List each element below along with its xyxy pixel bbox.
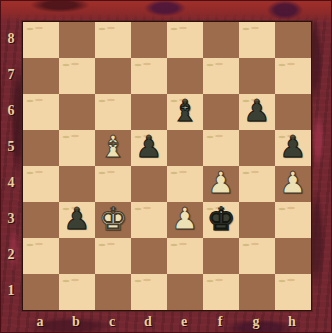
square-e6[interactable]: ♝ [167,94,203,130]
square-d8[interactable] [131,22,167,58]
square-d6[interactable] [131,94,167,130]
square-h1[interactable] [275,274,311,310]
square-b3[interactable]: ♟ [59,202,95,238]
board-frame: ♝♟♝♟♟♟♟♟♚♟♚ 87654321 abcdefgh [0,0,332,333]
square-e1[interactable] [167,274,203,310]
square-h4[interactable]: ♟ [275,166,311,202]
square-e4[interactable] [167,166,203,202]
square-g6[interactable]: ♟ [239,94,275,130]
piece-white-king[interactable]: ♚ [99,201,128,237]
square-d2[interactable] [131,238,167,274]
square-d1[interactable] [131,274,167,310]
piece-white-pawn[interactable]: ♟ [208,165,235,201]
piece-black-pawn[interactable]: ♟ [280,129,307,165]
rank-label-7: 7 [0,67,22,83]
square-b2[interactable] [59,238,95,274]
square-d5[interactable]: ♟ [131,130,167,166]
square-g5[interactable] [239,130,275,166]
file-label-b: b [58,313,94,333]
square-h7[interactable] [275,58,311,94]
square-g8[interactable] [239,22,275,58]
square-b4[interactable] [59,166,95,202]
square-a5[interactable] [23,130,59,166]
square-g1[interactable] [239,274,275,310]
square-e3[interactable]: ♟ [167,202,203,238]
square-e2[interactable] [167,238,203,274]
rank-label-4: 4 [0,175,22,191]
square-f3[interactable]: ♚ [203,202,239,238]
square-c6[interactable] [95,94,131,130]
square-g7[interactable] [239,58,275,94]
square-h3[interactable] [275,202,311,238]
rank-label-5: 5 [0,139,22,155]
piece-white-pawn[interactable]: ♟ [172,201,199,237]
square-a7[interactable] [23,58,59,94]
rank-label-2: 2 [0,247,22,263]
file-label-h: h [274,313,310,333]
square-c8[interactable] [95,22,131,58]
square-e5[interactable] [167,130,203,166]
square-c2[interactable] [95,238,131,274]
square-f6[interactable] [203,94,239,130]
square-f8[interactable] [203,22,239,58]
square-d4[interactable] [131,166,167,202]
square-e7[interactable] [167,58,203,94]
file-label-e: e [166,313,202,333]
square-e8[interactable] [167,22,203,58]
square-c3[interactable]: ♚ [95,202,131,238]
square-f1[interactable] [203,274,239,310]
square-d3[interactable] [131,202,167,238]
rank-label-8: 8 [0,31,22,47]
piece-black-pawn[interactable]: ♟ [136,129,163,165]
piece-white-pawn[interactable]: ♟ [280,165,307,201]
square-g2[interactable] [239,238,275,274]
file-label-a: a [22,313,58,333]
rank-label-3: 3 [0,211,22,227]
piece-black-pawn[interactable]: ♟ [244,93,271,129]
square-a8[interactable] [23,22,59,58]
square-b5[interactable] [59,130,95,166]
square-a3[interactable] [23,202,59,238]
square-c5[interactable]: ♝ [95,130,131,166]
square-h6[interactable] [275,94,311,130]
square-c1[interactable] [95,274,131,310]
square-c4[interactable] [95,166,131,202]
file-label-f: f [202,313,238,333]
square-g3[interactable] [239,202,275,238]
square-a4[interactable] [23,166,59,202]
square-b6[interactable] [59,94,95,130]
square-a6[interactable] [23,94,59,130]
square-c7[interactable] [95,58,131,94]
chess-board: ♝♟♝♟♟♟♟♟♚♟♚ [22,21,312,311]
file-label-c: c [94,313,130,333]
square-b7[interactable] [59,58,95,94]
rank-label-6: 6 [0,103,22,119]
file-label-g: g [238,313,274,333]
square-d7[interactable] [131,58,167,94]
square-h2[interactable] [275,238,311,274]
piece-white-bishop[interactable]: ♝ [100,129,127,165]
piece-black-bishop[interactable]: ♝ [172,93,199,129]
square-h5[interactable]: ♟ [275,130,311,166]
square-h8[interactable] [275,22,311,58]
rank-label-1: 1 [0,283,22,299]
file-label-d: d [130,313,166,333]
piece-black-pawn[interactable]: ♟ [64,201,91,237]
square-a2[interactable] [23,238,59,274]
square-a1[interactable] [23,274,59,310]
square-g4[interactable] [239,166,275,202]
square-f5[interactable] [203,130,239,166]
square-f7[interactable] [203,58,239,94]
square-f2[interactable] [203,238,239,274]
square-b1[interactable] [59,274,95,310]
square-f4[interactable]: ♟ [203,166,239,202]
square-b8[interactable] [59,22,95,58]
piece-black-king[interactable]: ♚ [207,201,236,237]
